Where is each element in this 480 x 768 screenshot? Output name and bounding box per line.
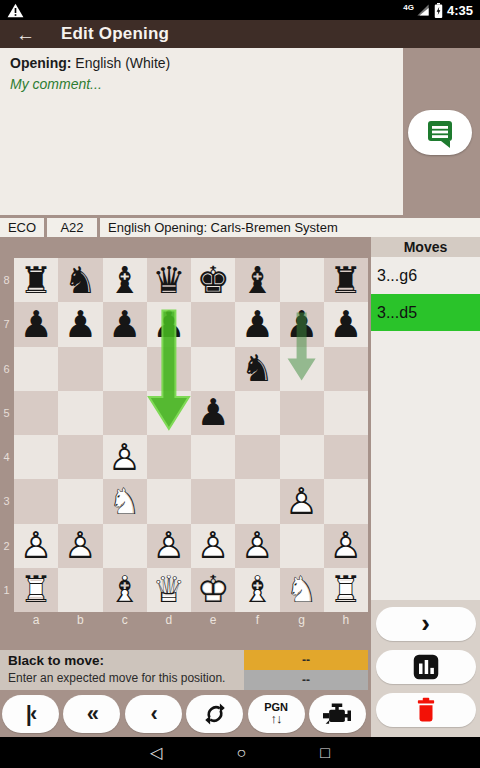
comment-bubble-icon <box>423 117 457 149</box>
comment-field[interactable]: Opening: English (White) My comment... <box>0 48 403 215</box>
moves-panel: Moves 3...g63...d5 › <box>368 237 480 737</box>
piece-glyph: ♝ <box>235 258 279 302</box>
next-move-button[interactable]: › <box>376 607 476 641</box>
piece-glyph: ♛ <box>147 258 191 302</box>
board-square-e8[interactable]: ♚ <box>191 258 235 302</box>
board-square-e5[interactable]: ♟ <box>191 391 235 435</box>
board-square-d5[interactable] <box>147 391 191 435</box>
engine-icon <box>322 700 352 728</box>
black-pawn[interactable]: ♟ <box>147 302 191 346</box>
chess-board: ♜♞♝♛♚♝♜♟♟♟♟♟♟♟♞♟♟♙♞♘♟♙♟♙♟♙♟♙♟♙♟♙♟♙♜♖♝♗♛♕… <box>14 258 368 612</box>
piece-glyph: ♟ <box>14 302 58 346</box>
eco-label: ECO <box>0 218 44 237</box>
white-pawn[interactable]: ♟♙ <box>280 479 324 523</box>
black-pawn[interactable]: ♟ <box>14 302 58 346</box>
board-square-a7[interactable]: ♟ <box>14 302 58 346</box>
black-queen[interactable]: ♛ <box>147 258 191 302</box>
white-rook[interactable]: ♜♖ <box>324 568 368 612</box>
piece-glyph: ♟ <box>324 302 368 346</box>
piece-glyph: ♞ <box>235 347 279 391</box>
board-square-f4[interactable] <box>235 435 279 479</box>
board-square-e6[interactable] <box>191 347 235 391</box>
board-square-e4[interactable] <box>191 435 235 479</box>
piece-outline: ♕ <box>147 568 191 612</box>
black-bishop[interactable]: ♝ <box>235 258 279 302</box>
white-pawn[interactable]: ♟♙ <box>235 524 279 568</box>
pgn-button[interactable]: PGN ↑↓ <box>248 695 305 733</box>
clock: 4:35 <box>447 3 473 18</box>
piece-glyph: ♟ <box>103 302 147 346</box>
white-pawn[interactable]: ♟♙ <box>14 524 58 568</box>
black-pawn[interactable]: ♟ <box>324 302 368 346</box>
file-label-c: c <box>103 612 147 630</box>
black-king[interactable]: ♚ <box>191 258 235 302</box>
white-bishop[interactable]: ♝♗ <box>103 568 147 612</box>
opening-comment: My comment... <box>10 76 393 92</box>
board-square-a4[interactable] <box>14 435 58 479</box>
opening-label: Opening: <box>10 55 71 71</box>
board-square-g2[interactable] <box>280 524 324 568</box>
piece-outline: ♘ <box>280 568 324 612</box>
app-bar: ← Edit Opening <box>0 20 480 48</box>
board-frame: ♜♞♝♛♚♝♜♟♟♟♟♟♟♟♞♟♟♙♞♘♟♙♟♙♟♙♟♙♟♙♟♙♟♙♜♖♝♗♛♕… <box>0 237 368 612</box>
rank-label-8: 8 <box>0 258 13 302</box>
board-square-c3[interactable]: ♞♘ <box>103 479 147 523</box>
white-rook[interactable]: ♜♖ <box>14 568 58 612</box>
board-square-d6[interactable] <box>147 347 191 391</box>
back-move-button[interactable]: ‹ <box>125 695 182 733</box>
rank-label-4: 4 <box>0 435 13 479</box>
piece-outline: ♔ <box>191 568 235 612</box>
piece-glyph: ♞ <box>58 258 102 302</box>
white-pawn[interactable]: ♟♙ <box>324 524 368 568</box>
black-pawn[interactable]: ♟ <box>191 391 235 435</box>
file-label-h: h <box>324 612 368 630</box>
delete-button[interactable] <box>376 693 476 727</box>
board-square-a1[interactable]: ♜♖ <box>14 568 58 612</box>
piece-outline: ♙ <box>147 524 191 568</box>
board-square-f6[interactable]: ♞ <box>235 347 279 391</box>
black-knight[interactable]: ♞ <box>58 258 102 302</box>
signal-icon <box>416 3 430 17</box>
piece-glyph: ♝ <box>103 258 147 302</box>
eco-code: A22 <box>47 218 97 237</box>
android-back-icon[interactable]: ◁ <box>150 745 162 761</box>
board-square-e1[interactable]: ♚♔ <box>191 568 235 612</box>
piece-glyph: ♟ <box>147 302 191 346</box>
moves-list: 3...g63...d5 <box>371 257 480 600</box>
edit-comment-button[interactable] <box>408 110 472 155</box>
bar-chart-icon <box>412 653 440 681</box>
piece-outline: ♙ <box>280 479 324 523</box>
board-square-h1[interactable]: ♜♖ <box>324 568 368 612</box>
opening-name: English (White) <box>75 55 170 71</box>
next-move-icon: › <box>421 610 430 636</box>
battery-charging-icon <box>434 3 443 18</box>
piece-outline: ♘ <box>103 479 147 523</box>
piece-outline: ♙ <box>324 524 368 568</box>
go-to-start-button[interactable]: |‹ <box>2 695 59 733</box>
board-square-b3[interactable] <box>58 479 102 523</box>
piece-outline: ♗ <box>235 568 279 612</box>
page-title: Edit Opening <box>61 24 169 44</box>
rewind-button[interactable]: « <box>63 695 120 733</box>
white-pawn[interactable]: ♟♙ <box>191 524 235 568</box>
flip-board-button[interactable] <box>186 695 243 733</box>
file-label-e: e <box>191 612 235 630</box>
white-pawn[interactable]: ♟♙ <box>103 435 147 479</box>
board-square-c5[interactable] <box>103 391 147 435</box>
black-pawn[interactable]: ♟ <box>103 302 147 346</box>
pgn-import-export-icon: PGN ↑↓ <box>264 702 288 725</box>
board-square-h6[interactable] <box>324 347 368 391</box>
flip-refresh-icon <box>202 701 228 727</box>
board-square-c1[interactable]: ♝♗ <box>103 568 147 612</box>
board-square-f1[interactable]: ♝♗ <box>235 568 279 612</box>
piece-glyph: ♟ <box>191 391 235 435</box>
piece-outline: ♖ <box>14 568 58 612</box>
piece-outline: ♙ <box>58 524 102 568</box>
trash-icon <box>413 696 439 724</box>
rank-label-7: 7 <box>0 302 13 346</box>
board-square-b5[interactable] <box>58 391 102 435</box>
file-labels: abcdefgh <box>14 612 368 630</box>
warning-icon <box>7 3 24 18</box>
board-square-e3[interactable] <box>191 479 235 523</box>
board-square-e7[interactable] <box>191 302 235 346</box>
black-knight[interactable]: ♞ <box>235 347 279 391</box>
rewind-icon: « <box>87 703 97 725</box>
board-square-h5[interactable] <box>324 391 368 435</box>
white-knight[interactable]: ♞♘ <box>280 568 324 612</box>
board-square-g3[interactable]: ♟♙ <box>280 479 324 523</box>
black-pawn[interactable]: ♟ <box>280 302 324 346</box>
board-square-g4[interactable] <box>280 435 324 479</box>
file-label-d: d <box>147 612 191 630</box>
back-arrow-icon[interactable]: ← <box>16 25 35 44</box>
board-square-g1[interactable]: ♞♘ <box>280 568 324 612</box>
file-label-b: b <box>58 612 102 630</box>
white-pawn[interactable]: ♟♙ <box>58 524 102 568</box>
board-square-h8[interactable]: ♜ <box>324 258 368 302</box>
black-rook[interactable]: ♜ <box>324 258 368 302</box>
board-square-e2[interactable]: ♟♙ <box>191 524 235 568</box>
board-square-d3[interactable] <box>147 479 191 523</box>
board-square-b2[interactable]: ♟♙ <box>58 524 102 568</box>
white-king[interactable]: ♚♔ <box>191 568 235 612</box>
rank-label-5: 5 <box>0 391 13 435</box>
piece-glyph: ♟ <box>280 302 324 346</box>
engine-button[interactable] <box>309 695 366 733</box>
stat-bar-top: -- <box>244 650 368 670</box>
board-square-f7[interactable]: ♟ <box>235 302 279 346</box>
move-list-item-2[interactable]: 3...d5 <box>371 294 480 331</box>
android-home-icon[interactable]: ○ <box>236 745 246 761</box>
android-recents-icon[interactable]: □ <box>320 745 330 761</box>
board-square-h7[interactable]: ♟ <box>324 302 368 346</box>
piece-glyph: ♜ <box>324 258 368 302</box>
board-square-a8[interactable]: ♜ <box>14 258 58 302</box>
piece-glyph: ♟ <box>58 302 102 346</box>
piece-outline: ♙ <box>235 524 279 568</box>
piece-outline: ♗ <box>103 568 147 612</box>
board-square-f8[interactable]: ♝ <box>235 258 279 302</box>
board-square-h3[interactable] <box>324 479 368 523</box>
move-prompt-panel: Black to move: Enter an expected move fo… <box>0 650 368 690</box>
board-bottom-margin <box>0 630 368 650</box>
black-bishop[interactable]: ♝ <box>103 258 147 302</box>
piece-outline: ♙ <box>14 524 58 568</box>
board-column: ♜♞♝♛♚♝♜♟♟♟♟♟♟♟♞♟♟♙♞♘♟♙♟♙♟♙♟♙♟♙♟♙♟♙♜♖♝♗♛♕… <box>0 237 368 737</box>
black-rook[interactable]: ♜ <box>14 258 58 302</box>
board-square-h2[interactable]: ♟♙ <box>324 524 368 568</box>
board-square-g5[interactable] <box>280 391 324 435</box>
turn-indicator: Black to move: <box>8 653 236 668</box>
board-square-a3[interactable] <box>14 479 58 523</box>
piece-glyph: ♜ <box>14 258 58 302</box>
board-square-b4[interactable] <box>58 435 102 479</box>
move-list-item-1[interactable]: 3...g6 <box>371 257 480 294</box>
board-square-d2[interactable]: ♟♙ <box>147 524 191 568</box>
white-pawn[interactable]: ♟♙ <box>147 524 191 568</box>
board-square-d4[interactable] <box>147 435 191 479</box>
file-label-f: f <box>235 612 279 630</box>
white-queen[interactable]: ♛♕ <box>147 568 191 612</box>
android-nav-bar: ◁ ○ □ <box>0 737 480 768</box>
board-square-c4[interactable]: ♟♙ <box>103 435 147 479</box>
prompt-instruction: Enter an expected move for this position… <box>8 671 236 685</box>
file-label-g: g <box>280 612 324 630</box>
piece-outline: ♖ <box>324 568 368 612</box>
right-button-stack: › <box>371 600 480 737</box>
piece-outline: ♙ <box>191 524 235 568</box>
file-label-a: a <box>14 612 58 630</box>
board-square-f3[interactable] <box>235 479 279 523</box>
rank-label-3: 3 <box>0 479 13 523</box>
black-pawn[interactable]: ♟ <box>58 302 102 346</box>
navigation-toolbar: |‹ « ‹ PGN ↑↓ <box>0 690 368 737</box>
board-square-d7[interactable]: ♟ <box>147 302 191 346</box>
board-square-c8[interactable]: ♝ <box>103 258 147 302</box>
board-square-f5[interactable] <box>235 391 279 435</box>
black-pawn[interactable]: ♟ <box>235 302 279 346</box>
go-to-start-icon: |‹ <box>26 703 35 725</box>
white-knight[interactable]: ♞♘ <box>103 479 147 523</box>
piece-outline: ♙ <box>103 435 147 479</box>
board-square-c7[interactable]: ♟ <box>103 302 147 346</box>
board-square-d8[interactable]: ♛ <box>147 258 191 302</box>
network-type-label: 4G <box>403 3 414 12</box>
white-bishop[interactable]: ♝♗ <box>235 568 279 612</box>
stats-bars: -- -- <box>244 650 368 690</box>
board-square-g8[interactable] <box>280 258 324 302</box>
opening-info-area: Opening: English (White) My comment... <box>0 48 480 215</box>
piece-glyph: ♚ <box>191 258 235 302</box>
board-square-b8[interactable]: ♞ <box>58 258 102 302</box>
board-square-a2[interactable]: ♟♙ <box>14 524 58 568</box>
board-square-c2[interactable] <box>103 524 147 568</box>
eco-row: ECO A22 English Opening: Carls-Bremen Sy… <box>0 215 480 237</box>
stat-bar-bottom: -- <box>244 670 368 690</box>
board-square-b1[interactable] <box>58 568 102 612</box>
board-square-g7[interactable]: ♟ <box>280 302 324 346</box>
statistics-button[interactable] <box>376 650 476 684</box>
board-square-g6[interactable] <box>280 347 324 391</box>
board-square-b7[interactable]: ♟ <box>58 302 102 346</box>
board-square-h4[interactable] <box>324 435 368 479</box>
board-square-a5[interactable] <box>14 391 58 435</box>
board-square-b6[interactable] <box>58 347 102 391</box>
board-square-c6[interactable] <box>103 347 147 391</box>
back-move-icon: ‹ <box>151 703 156 725</box>
rank-label-1: 1 <box>0 568 13 612</box>
piece-glyph: ♟ <box>235 302 279 346</box>
board-square-a6[interactable] <box>14 347 58 391</box>
board-square-d1[interactable]: ♛♕ <box>147 568 191 612</box>
eco-opening-name: English Opening: Carls-Bremen System <box>100 218 480 237</box>
moves-header: Moves <box>371 237 480 257</box>
status-bar: 4G 4:35 <box>0 0 480 20</box>
rank-label-2: 2 <box>0 524 13 568</box>
board-square-f2[interactable]: ♟♙ <box>235 524 279 568</box>
rank-label-6: 6 <box>0 347 13 391</box>
